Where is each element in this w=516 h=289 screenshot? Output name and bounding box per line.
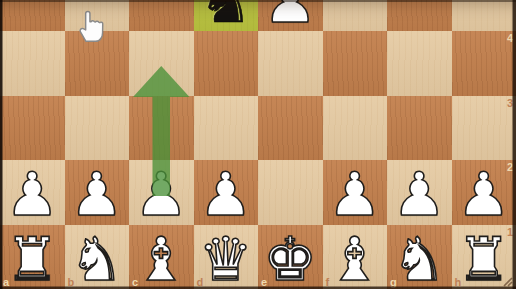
square-h2[interactable]: ♟2 (452, 160, 516, 225)
square-e1[interactable]: ♚e (258, 225, 323, 289)
white-pawn-f2[interactable]: ♟ (328, 162, 382, 227)
square-g1[interactable]: ♞g (387, 225, 452, 289)
square-g5[interactable] (387, 0, 452, 31)
square-f5[interactable] (323, 0, 388, 31)
white-rook-h1[interactable]: ♜ (457, 227, 511, 289)
square-d4[interactable] (194, 31, 259, 96)
square-g3[interactable] (387, 96, 452, 161)
square-a2[interactable]: ♟ (0, 160, 65, 225)
white-pawn-h2[interactable]: ♟ (457, 162, 511, 227)
chess-board: ♜♞♝♛♚♝♜8♟♟♟♟♟♟♟♟76♞♟543♟♟♟♟♟♟♟2♜a♞b♝c♛d♚… (0, 0, 516, 289)
square-f3[interactable] (323, 96, 388, 161)
square-e4[interactable] (258, 31, 323, 96)
square-e2[interactable] (258, 160, 323, 225)
square-c1[interactable]: ♝c (129, 225, 194, 289)
square-c3[interactable] (129, 96, 194, 161)
white-pawn-b2[interactable]: ♟ (70, 162, 124, 227)
square-h3[interactable]: 3 (452, 96, 516, 161)
square-a3[interactable] (0, 96, 65, 161)
square-b3[interactable] (65, 96, 130, 161)
square-g2[interactable]: ♟ (387, 160, 452, 225)
square-c4[interactable] (129, 31, 194, 96)
white-king-e1[interactable]: ♚ (263, 227, 317, 289)
square-b2[interactable]: ♟ (65, 160, 130, 225)
white-knight-g1[interactable]: ♞ (392, 227, 446, 289)
square-c2[interactable]: ♟ (129, 160, 194, 225)
square-d3[interactable] (194, 96, 259, 161)
square-h4[interactable]: 4 (452, 31, 516, 96)
white-pawn-c2[interactable]: ♟ (134, 162, 188, 227)
square-b5[interactable] (65, 0, 130, 31)
white-pawn-d2[interactable]: ♟ (199, 162, 253, 227)
square-e5[interactable]: ♟ (258, 0, 323, 31)
rank-label-3: 3 (507, 98, 513, 109)
black-knight-d5[interactable]: ♞ (199, 0, 253, 33)
square-h5[interactable]: 5 (452, 0, 516, 31)
square-c5[interactable] (129, 0, 194, 31)
white-pawn-g2[interactable]: ♟ (392, 162, 446, 227)
square-d2[interactable]: ♟ (194, 160, 259, 225)
square-f4[interactable] (323, 31, 388, 96)
square-d1[interactable]: ♛d (194, 225, 259, 289)
square-f2[interactable]: ♟ (323, 160, 388, 225)
white-queen-d1[interactable]: ♛ (199, 227, 253, 289)
square-a4[interactable] (0, 31, 65, 96)
chess-board-container: ♜♞♝♛♚♝♜8♟♟♟♟♟♟♟♟76♞♟543♟♟♟♟♟♟♟2♜a♞b♝c♛d♚… (0, 0, 516, 289)
square-a1[interactable]: ♜a (0, 225, 65, 289)
white-rook-a1[interactable]: ♜ (5, 227, 59, 289)
white-pawn-e5[interactable]: ♟ (263, 0, 317, 33)
square-a5[interactable] (0, 0, 65, 31)
square-g4[interactable] (387, 31, 452, 96)
square-e3[interactable] (258, 96, 323, 161)
square-b1[interactable]: ♞b (65, 225, 130, 289)
rank-label-4: 4 (507, 33, 513, 44)
square-f1[interactable]: ♝f (323, 225, 388, 289)
white-bishop-c1[interactable]: ♝ (134, 227, 188, 289)
white-knight-b1[interactable]: ♞ (70, 227, 124, 289)
square-d5[interactable]: ♞ (194, 0, 259, 31)
square-h1[interactable]: ♜1h (452, 225, 516, 289)
white-pawn-a2[interactable]: ♟ (5, 162, 59, 227)
white-bishop-f1[interactable]: ♝ (328, 227, 382, 289)
square-b4[interactable] (65, 31, 130, 96)
